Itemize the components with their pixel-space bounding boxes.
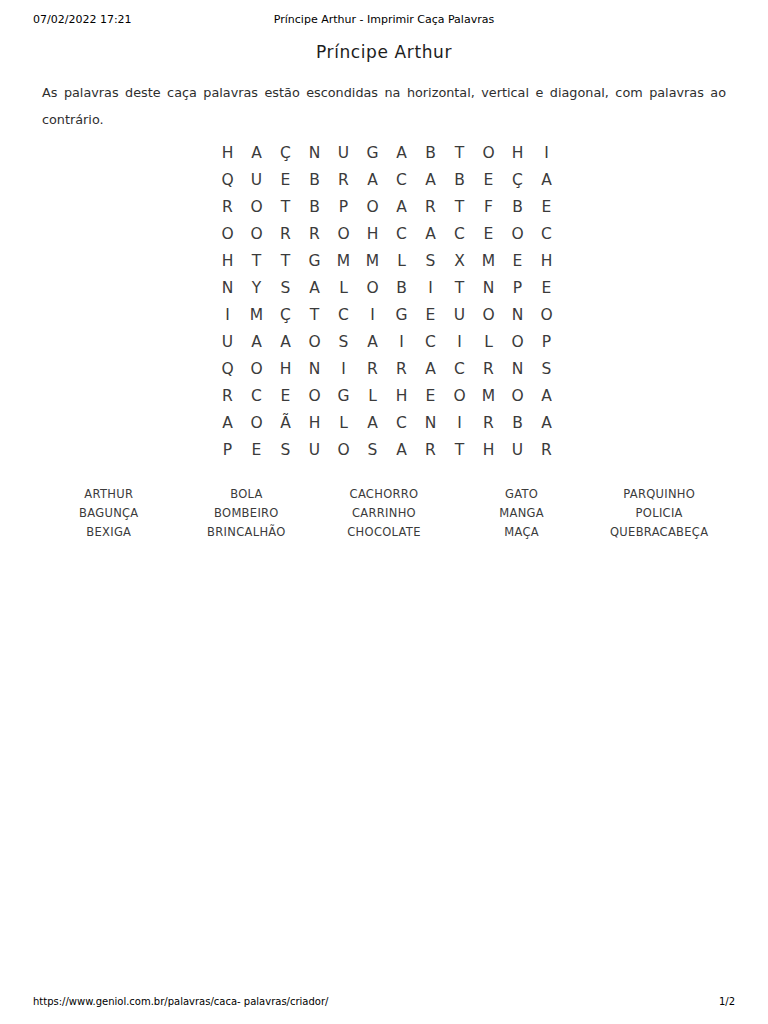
grid-cell-r3c11: B <box>503 193 532 220</box>
grid-cell-r11c4: H <box>300 409 329 436</box>
word-list-item: QUEBRACABEÇA <box>590 523 728 542</box>
grid-cell-r6c10: N <box>474 274 503 301</box>
print-doc-title: Príncipe Arthur - Imprimir Caça Palavras <box>274 13 494 26</box>
grid-cell-r1c11: H <box>503 139 532 166</box>
grid-cell-r4c12: C <box>532 220 561 247</box>
grid-cell-r8c8: C <box>416 328 445 355</box>
grid-cell-r12c5: O <box>329 436 358 463</box>
grid-cell-r7c2: M <box>242 301 271 328</box>
grid-cell-r9c6: R <box>358 355 387 382</box>
grid-cell-r12c2: E <box>242 436 271 463</box>
grid-cell-r7c8: E <box>416 301 445 328</box>
grid-cell-r11c6: A <box>358 409 387 436</box>
grid-cell-r9c11: N <box>503 355 532 382</box>
grid-cell-r1c5: U <box>329 139 358 166</box>
grid-cell-r8c1: U <box>213 328 242 355</box>
grid-cell-r4c9: C <box>445 220 474 247</box>
grid-cell-r5c3: T <box>271 247 300 274</box>
grid-cell-r3c8: R <box>416 193 445 220</box>
grid-cell-r2c3: E <box>271 166 300 193</box>
grid-cell-r10c12: A <box>532 382 561 409</box>
grid-cell-r4c3: R <box>271 220 300 247</box>
grid-cell-r9c1: Q <box>213 355 242 382</box>
word-list-item: BOLA <box>178 485 316 504</box>
grid-cell-r11c1: A <box>213 409 242 436</box>
grid-cell-r10c9: O <box>445 382 474 409</box>
grid-cell-r2c10: E <box>474 166 503 193</box>
print-datetime: 07/02/2022 17:21 <box>33 13 132 26</box>
grid-cell-r9c3: H <box>271 355 300 382</box>
grid-cell-r10c7: H <box>387 382 416 409</box>
grid-cell-r3c9: T <box>445 193 474 220</box>
grid-cell-r1c2: A <box>242 139 271 166</box>
grid-cell-r2c9: B <box>445 166 474 193</box>
grid-cell-r8c7: I <box>387 328 416 355</box>
word-list-item: CARRINHO <box>315 504 453 523</box>
wordsearch-grid: HAÇNUGABTOHIQUEBRACABEÇAROTBPOARTFBEOORR… <box>213 139 561 463</box>
grid-cell-r9c10: R <box>474 355 503 382</box>
grid-cell-r3c10: F <box>474 193 503 220</box>
grid-cell-r2c7: C <box>387 166 416 193</box>
grid-cell-r8c6: A <box>358 328 387 355</box>
grid-cell-r11c10: R <box>474 409 503 436</box>
grid-cell-r12c11: U <box>503 436 532 463</box>
grid-cell-r7c7: G <box>387 301 416 328</box>
grid-cell-r12c9: T <box>445 436 474 463</box>
word-list-item: BOMBEIRO <box>178 504 316 523</box>
grid-cell-r5c9: X <box>445 247 474 274</box>
grid-cell-r4c10: E <box>474 220 503 247</box>
grid-cell-r11c12: A <box>532 409 561 436</box>
grid-cell-r3c12: E <box>532 193 561 220</box>
grid-cell-r7c12: O <box>532 301 561 328</box>
grid-cell-r8c12: P <box>532 328 561 355</box>
grid-cell-r2c2: U <box>242 166 271 193</box>
grid-cell-r1c7: A <box>387 139 416 166</box>
grid-cell-r10c11: O <box>503 382 532 409</box>
grid-cell-r1c1: H <box>213 139 242 166</box>
grid-cell-r10c8: E <box>416 382 445 409</box>
grid-cell-r3c3: T <box>271 193 300 220</box>
grid-cell-r10c3: E <box>271 382 300 409</box>
print-header: 07/02/2022 17:21 Príncipe Arthur - Impri… <box>33 13 735 28</box>
grid-cell-r5c1: H <box>213 247 242 274</box>
grid-cell-r6c5: L <box>329 274 358 301</box>
grid-cell-r2c1: Q <box>213 166 242 193</box>
grid-cell-r7c5: C <box>329 301 358 328</box>
grid-cell-r11c8: N <box>416 409 445 436</box>
grid-cell-r10c5: G <box>329 382 358 409</box>
grid-cell-r6c1: N <box>213 274 242 301</box>
grid-cell-r4c1: O <box>213 220 242 247</box>
word-list-item: CACHORRO <box>315 485 453 504</box>
grid-cell-r8c3: A <box>271 328 300 355</box>
grid-cell-r4c6: H <box>358 220 387 247</box>
grid-cell-r12c3: S <box>271 436 300 463</box>
grid-cell-r3c1: R <box>213 193 242 220</box>
grid-cell-r5c4: G <box>300 247 329 274</box>
grid-cell-r4c4: R <box>300 220 329 247</box>
footer-url: https://www.geniol.com.br/palavras/caca-… <box>33 996 328 1007</box>
grid-cell-r3c5: P <box>329 193 358 220</box>
word-list-item: PARQUINHO <box>590 485 728 504</box>
grid-cell-r3c7: A <box>387 193 416 220</box>
grid-cell-r7c6: I <box>358 301 387 328</box>
print-footer: https://www.geniol.com.br/palavras/caca-… <box>33 996 735 1007</box>
grid-cell-r1c9: T <box>445 139 474 166</box>
grid-cell-r6c3: S <box>271 274 300 301</box>
word-list-item: BAGUNÇA <box>40 504 178 523</box>
grid-cell-r7c3: Ç <box>271 301 300 328</box>
instructions-line-2: contrário. <box>42 106 726 133</box>
word-list: ARTHURBOLACACHORROGATOPARQUINHOBAGUNÇABO… <box>40 485 728 543</box>
grid-cell-r6c12: E <box>532 274 561 301</box>
grid-cell-r6c2: Y <box>242 274 271 301</box>
grid-cell-r9c4: N <box>300 355 329 382</box>
grid-cell-r2c6: A <box>358 166 387 193</box>
grid-cell-r1c6: G <box>358 139 387 166</box>
grid-cell-r12c12: R <box>532 436 561 463</box>
grid-cell-r12c7: A <box>387 436 416 463</box>
grid-cell-r10c1: R <box>213 382 242 409</box>
grid-cell-r7c9: U <box>445 301 474 328</box>
grid-cell-r6c4: A <box>300 274 329 301</box>
grid-cell-r3c4: B <box>300 193 329 220</box>
grid-cell-r8c9: I <box>445 328 474 355</box>
grid-cell-r7c4: T <box>300 301 329 328</box>
grid-cell-r5c8: S <box>416 247 445 274</box>
grid-cell-r4c11: O <box>503 220 532 247</box>
word-list-item: CHOCOLATE <box>315 523 453 542</box>
grid-cell-r9c7: R <box>387 355 416 382</box>
grid-cell-r5c11: E <box>503 247 532 274</box>
grid-cell-r11c7: C <box>387 409 416 436</box>
grid-cell-r10c4: O <box>300 382 329 409</box>
grid-cell-r5c5: M <box>329 247 358 274</box>
grid-cell-r8c2: A <box>242 328 271 355</box>
instructions-line-1: As palavras deste caça palavras estão es… <box>42 79 726 106</box>
grid-cell-r1c10: O <box>474 139 503 166</box>
grid-cell-r6c6: O <box>358 274 387 301</box>
word-list-item: MANGA <box>453 504 591 523</box>
grid-cell-r11c11: B <box>503 409 532 436</box>
footer-page-number: 1/2 <box>719 996 735 1007</box>
grid-cell-r12c4: U <box>300 436 329 463</box>
word-list-item: BRINCALHÃO <box>178 523 316 542</box>
word-list-item: GATO <box>453 485 591 504</box>
instructions: As palavras deste caça palavras estão es… <box>42 79 726 133</box>
grid-cell-r2c8: A <box>416 166 445 193</box>
word-list-item: MAÇA <box>453 523 591 542</box>
grid-cell-r8c10: L <box>474 328 503 355</box>
page-title: Príncipe Arthur <box>0 42 768 62</box>
grid-cell-r12c6: S <box>358 436 387 463</box>
grid-cell-r5c12: H <box>532 247 561 274</box>
grid-cell-r8c11: O <box>503 328 532 355</box>
grid-cell-r5c2: T <box>242 247 271 274</box>
grid-cell-r5c6: M <box>358 247 387 274</box>
grid-cell-r6c11: P <box>503 274 532 301</box>
grid-cell-r8c5: S <box>329 328 358 355</box>
grid-cell-r1c8: B <box>416 139 445 166</box>
grid-cell-r2c12: A <box>532 166 561 193</box>
grid-cell-r12c10: H <box>474 436 503 463</box>
grid-cell-r4c2: O <box>242 220 271 247</box>
grid-cell-r6c9: T <box>445 274 474 301</box>
grid-cell-r9c2: O <box>242 355 271 382</box>
grid-cell-r6c7: B <box>387 274 416 301</box>
grid-cell-r12c1: P <box>213 436 242 463</box>
grid-cell-r4c5: O <box>329 220 358 247</box>
grid-cell-r6c8: I <box>416 274 445 301</box>
grid-cell-r8c4: O <box>300 328 329 355</box>
grid-cell-r3c2: O <box>242 193 271 220</box>
grid-cell-r11c9: I <box>445 409 474 436</box>
grid-cell-r10c10: M <box>474 382 503 409</box>
grid-cell-r11c2: O <box>242 409 271 436</box>
grid-cell-r7c10: O <box>474 301 503 328</box>
grid-cell-r4c7: C <box>387 220 416 247</box>
grid-cell-r10c6: L <box>358 382 387 409</box>
grid-cell-r1c3: Ç <box>271 139 300 166</box>
grid-cell-r1c4: N <box>300 139 329 166</box>
grid-cell-r10c2: C <box>242 382 271 409</box>
grid-cell-r2c4: B <box>300 166 329 193</box>
grid-cell-r5c10: M <box>474 247 503 274</box>
grid-cell-r11c5: L <box>329 409 358 436</box>
grid-cell-r9c12: S <box>532 355 561 382</box>
grid-cell-r1c12: I <box>532 139 561 166</box>
grid-cell-r4c8: A <box>416 220 445 247</box>
grid-cell-r7c11: N <box>503 301 532 328</box>
print-page: 07/02/2022 17:21 Príncipe Arthur - Impri… <box>0 0 768 1024</box>
grid-cell-r3c6: O <box>358 193 387 220</box>
grid-cell-r9c8: A <box>416 355 445 382</box>
grid-cell-r5c7: L <box>387 247 416 274</box>
grid-cell-r9c5: I <box>329 355 358 382</box>
grid-cell-r12c8: R <box>416 436 445 463</box>
grid-cell-r7c1: I <box>213 301 242 328</box>
word-list-item: POLICIA <box>590 504 728 523</box>
grid-cell-r11c3: Ã <box>271 409 300 436</box>
word-list-item: BEXIGA <box>40 523 178 542</box>
grid-cell-r2c5: R <box>329 166 358 193</box>
grid-cell-r9c9: C <box>445 355 474 382</box>
grid-cell-r2c11: Ç <box>503 166 532 193</box>
word-list-item: ARTHUR <box>40 485 178 504</box>
